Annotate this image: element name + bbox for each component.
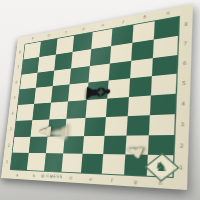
chess-board: abcdefgh abcdefgh 87654321 87654321 ◎ CH…	[1, 4, 193, 190]
fallen-black-bishop: ♝	[81, 78, 115, 106]
pieces-layer: ♝♟♟♟	[1, 4, 193, 190]
fallen-white-pawn-kingside: ♟	[122, 142, 147, 162]
fallen-white-pawn: ♟	[37, 124, 54, 138]
photo-background: abcdefgh abcdefgh 87654321 87654321 ◎ CH…	[0, 0, 200, 200]
fallen-white-piece-blurred: ♟	[47, 123, 72, 143]
